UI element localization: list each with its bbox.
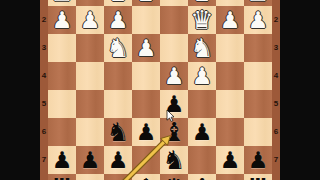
piece-black-rook[interactable]: ♜ bbox=[48, 174, 76, 180]
square-c2[interactable]: ♛ bbox=[188, 6, 216, 34]
rank-label-3: 3 bbox=[272, 34, 280, 62]
square-a6[interactable] bbox=[244, 118, 272, 146]
chess-board[interactable]: ♜♝♚♝♜♟♟♟♛♟♟♞♟♞♟♟♟♞♟♝♟♟♟♟♞♟♟♜♚♛♝♜ bbox=[48, 0, 272, 180]
piece-white-queen[interactable]: ♛ bbox=[188, 6, 216, 34]
square-d2[interactable] bbox=[160, 6, 188, 34]
square-f4[interactable] bbox=[104, 62, 132, 90]
square-d4[interactable]: ♟ bbox=[160, 62, 188, 90]
piece-black-bishop[interactable]: ♝ bbox=[160, 118, 188, 146]
square-e7[interactable] bbox=[132, 146, 160, 174]
rank-label-5: 5 bbox=[272, 90, 280, 118]
piece-black-pawn[interactable]: ♟ bbox=[104, 146, 132, 174]
piece-white-pawn[interactable]: ♟ bbox=[244, 6, 272, 34]
piece-white-pawn[interactable]: ♟ bbox=[76, 6, 104, 34]
square-g2[interactable]: ♟ bbox=[76, 6, 104, 34]
square-d5[interactable]: ♟ bbox=[160, 90, 188, 118]
square-c6[interactable]: ♟ bbox=[188, 118, 216, 146]
square-c5[interactable] bbox=[188, 90, 216, 118]
rank-label-3: 3 bbox=[40, 34, 48, 62]
square-c4[interactable]: ♟ bbox=[188, 62, 216, 90]
rank-coords-right: 234567 bbox=[272, 0, 280, 180]
square-h3[interactable] bbox=[48, 34, 76, 62]
square-h8[interactable]: ♜ bbox=[48, 174, 76, 180]
rank-label-2: 2 bbox=[40, 6, 48, 34]
piece-black-pawn[interactable]: ♟ bbox=[76, 146, 104, 174]
rank-label-7: 7 bbox=[40, 146, 48, 174]
square-d7[interactable]: ♞ bbox=[160, 146, 188, 174]
piece-black-rook[interactable]: ♜ bbox=[244, 174, 272, 180]
square-e8[interactable]: ♚ bbox=[132, 174, 160, 180]
square-f5[interactable] bbox=[104, 90, 132, 118]
square-f2[interactable]: ♟ bbox=[104, 6, 132, 34]
piece-black-knight[interactable]: ♞ bbox=[104, 118, 132, 146]
piece-white-pawn[interactable]: ♟ bbox=[48, 6, 76, 34]
square-b6[interactable] bbox=[216, 118, 244, 146]
square-b3[interactable] bbox=[216, 34, 244, 62]
piece-white-pawn[interactable]: ♟ bbox=[188, 62, 216, 90]
square-d3[interactable] bbox=[160, 34, 188, 62]
right-letterbox-bar bbox=[280, 0, 320, 180]
piece-white-pawn[interactable]: ♟ bbox=[104, 6, 132, 34]
square-h4[interactable] bbox=[48, 62, 76, 90]
rank-label-2: 2 bbox=[272, 6, 280, 34]
square-f3[interactable]: ♞ bbox=[104, 34, 132, 62]
square-g4[interactable] bbox=[76, 62, 104, 90]
rank-label-5: 5 bbox=[40, 90, 48, 118]
square-c3[interactable]: ♞ bbox=[188, 34, 216, 62]
square-h6[interactable] bbox=[48, 118, 76, 146]
square-d8[interactable]: ♛ bbox=[160, 174, 188, 180]
left-letterbox-bar bbox=[0, 0, 40, 180]
square-h5[interactable] bbox=[48, 90, 76, 118]
square-e5[interactable] bbox=[132, 90, 160, 118]
piece-black-pawn[interactable]: ♟ bbox=[160, 90, 188, 118]
square-g7[interactable]: ♟ bbox=[76, 146, 104, 174]
piece-white-pawn[interactable]: ♟ bbox=[216, 6, 244, 34]
piece-black-king[interactable]: ♚ bbox=[132, 174, 160, 180]
square-a3[interactable] bbox=[244, 34, 272, 62]
piece-black-pawn[interactable]: ♟ bbox=[48, 146, 76, 174]
square-e6[interactable]: ♟ bbox=[132, 118, 160, 146]
square-f6[interactable]: ♞ bbox=[104, 118, 132, 146]
square-a4[interactable] bbox=[244, 62, 272, 90]
square-c7[interactable] bbox=[188, 146, 216, 174]
rank-label-4: 4 bbox=[40, 62, 48, 90]
square-b5[interactable] bbox=[216, 90, 244, 118]
square-f7[interactable]: ♟ bbox=[104, 146, 132, 174]
piece-black-queen[interactable]: ♛ bbox=[160, 174, 188, 180]
square-g5[interactable] bbox=[76, 90, 104, 118]
chess-app-screenshot: 234567 234567 ♜♝♚♝♜♟♟♟♛♟♟♞♟♞♟♟♟♞♟♝♟♟♟♟♞♟… bbox=[0, 0, 320, 180]
rank-coords-left: 234567 bbox=[40, 0, 48, 180]
square-h7[interactable]: ♟ bbox=[48, 146, 76, 174]
square-e4[interactable] bbox=[132, 62, 160, 90]
square-a7[interactable]: ♟ bbox=[244, 146, 272, 174]
square-b8[interactable] bbox=[216, 174, 244, 180]
piece-white-pawn[interactable]: ♟ bbox=[160, 62, 188, 90]
square-g3[interactable] bbox=[76, 34, 104, 62]
square-e2[interactable] bbox=[132, 6, 160, 34]
piece-black-bishop[interactable]: ♝ bbox=[188, 174, 216, 180]
square-a5[interactable] bbox=[244, 90, 272, 118]
square-a2[interactable]: ♟ bbox=[244, 6, 272, 34]
square-b2[interactable]: ♟ bbox=[216, 6, 244, 34]
piece-black-pawn[interactable]: ♟ bbox=[132, 118, 160, 146]
rank-label-6: 6 bbox=[40, 118, 48, 146]
square-b4[interactable] bbox=[216, 62, 244, 90]
piece-black-pawn[interactable]: ♟ bbox=[216, 146, 244, 174]
rank-label-4: 4 bbox=[272, 62, 280, 90]
square-a8[interactable]: ♜ bbox=[244, 174, 272, 180]
square-h2[interactable]: ♟ bbox=[48, 6, 76, 34]
piece-black-knight[interactable]: ♞ bbox=[160, 146, 188, 174]
square-g8[interactable] bbox=[76, 174, 104, 180]
piece-white-knight[interactable]: ♞ bbox=[104, 34, 132, 62]
rank-label-7: 7 bbox=[272, 146, 280, 174]
square-c8[interactable]: ♝ bbox=[188, 174, 216, 180]
piece-black-pawn[interactable]: ♟ bbox=[188, 118, 216, 146]
rank-label-6: 6 bbox=[272, 118, 280, 146]
piece-black-pawn[interactable]: ♟ bbox=[244, 146, 272, 174]
square-b7[interactable]: ♟ bbox=[216, 146, 244, 174]
square-g6[interactable] bbox=[76, 118, 104, 146]
square-f8[interactable] bbox=[104, 174, 132, 180]
square-e3[interactable]: ♟ bbox=[132, 34, 160, 62]
square-d6[interactable]: ♝ bbox=[160, 118, 188, 146]
piece-white-pawn[interactable]: ♟ bbox=[132, 34, 160, 62]
piece-white-knight[interactable]: ♞ bbox=[188, 34, 216, 62]
